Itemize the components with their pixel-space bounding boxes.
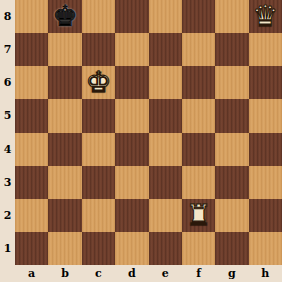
- square-f1[interactable]: [182, 232, 215, 265]
- square-d5[interactable]: [115, 99, 148, 132]
- square-c4[interactable]: [82, 133, 115, 166]
- square-b7[interactable]: [48, 33, 81, 66]
- square-c5[interactable]: [82, 99, 115, 132]
- rank-label-7: 7: [0, 33, 15, 66]
- square-d1[interactable]: [115, 232, 148, 265]
- square-e2[interactable]: [149, 199, 182, 232]
- rank-label-1: 1: [0, 232, 15, 265]
- square-a6[interactable]: [15, 66, 48, 99]
- chess-board: 87654321 ♚♛♚♜ abcdefgh: [0, 0, 282, 282]
- square-e3[interactable]: [149, 166, 182, 199]
- square-f7[interactable]: [182, 33, 215, 66]
- square-c7[interactable]: [82, 33, 115, 66]
- square-g5[interactable]: [215, 99, 248, 132]
- square-f4[interactable]: [182, 133, 215, 166]
- white-king-piece[interactable]: ♚: [82, 66, 115, 99]
- square-h5[interactable]: [249, 99, 282, 132]
- square-h2[interactable]: [249, 199, 282, 232]
- square-e7[interactable]: [149, 33, 182, 66]
- square-g7[interactable]: [215, 33, 248, 66]
- rank-label-4: 4: [0, 133, 15, 166]
- square-d3[interactable]: [115, 166, 148, 199]
- file-label-a: a: [15, 265, 48, 282]
- rank-label-5: 5: [0, 99, 15, 132]
- file-label-c: c: [82, 265, 115, 282]
- square-c8[interactable]: [82, 0, 115, 33]
- square-a5[interactable]: [15, 99, 48, 132]
- square-g6[interactable]: [215, 66, 248, 99]
- square-a3[interactable]: [15, 166, 48, 199]
- square-b2[interactable]: [48, 199, 81, 232]
- white-rook-piece[interactable]: ♜: [182, 199, 215, 232]
- square-f2[interactable]: ♜: [182, 199, 215, 232]
- square-b1[interactable]: [48, 232, 81, 265]
- square-c6[interactable]: ♚: [82, 66, 115, 99]
- square-c2[interactable]: [82, 199, 115, 232]
- square-a1[interactable]: [15, 232, 48, 265]
- square-h7[interactable]: [249, 33, 282, 66]
- square-d6[interactable]: [115, 66, 148, 99]
- square-b5[interactable]: [48, 99, 81, 132]
- square-d4[interactable]: [115, 133, 148, 166]
- square-b8[interactable]: ♚: [48, 0, 81, 33]
- file-label-f: f: [182, 265, 215, 282]
- square-e5[interactable]: [149, 99, 182, 132]
- square-d8[interactable]: [115, 0, 148, 33]
- file-label-d: d: [115, 265, 148, 282]
- square-h4[interactable]: [249, 133, 282, 166]
- square-b6[interactable]: [48, 66, 81, 99]
- square-f8[interactable]: [182, 0, 215, 33]
- square-e1[interactable]: [149, 232, 182, 265]
- square-a2[interactable]: [15, 199, 48, 232]
- file-label-h: h: [249, 265, 282, 282]
- square-g2[interactable]: [215, 199, 248, 232]
- rank-label-8: 8: [0, 0, 15, 33]
- square-e6[interactable]: [149, 66, 182, 99]
- white-queen-piece[interactable]: ♛: [249, 0, 282, 33]
- square-b4[interactable]: [48, 133, 81, 166]
- square-h6[interactable]: [249, 66, 282, 99]
- square-c1[interactable]: [82, 232, 115, 265]
- square-f6[interactable]: [182, 66, 215, 99]
- square-a4[interactable]: [15, 133, 48, 166]
- square-e8[interactable]: [149, 0, 182, 33]
- square-h1[interactable]: [249, 232, 282, 265]
- rank-label-2: 2: [0, 199, 15, 232]
- black-king-piece[interactable]: ♚: [48, 0, 81, 33]
- square-a7[interactable]: [15, 33, 48, 66]
- file-label-b: b: [48, 265, 81, 282]
- rank-label-3: 3: [0, 166, 15, 199]
- square-g1[interactable]: [215, 232, 248, 265]
- square-g3[interactable]: [215, 166, 248, 199]
- square-b3[interactable]: [48, 166, 81, 199]
- square-d2[interactable]: [115, 199, 148, 232]
- file-label-e: e: [149, 265, 182, 282]
- square-f3[interactable]: [182, 166, 215, 199]
- square-f5[interactable]: [182, 99, 215, 132]
- rank-label-6: 6: [0, 66, 15, 99]
- square-c3[interactable]: [82, 166, 115, 199]
- square-g4[interactable]: [215, 133, 248, 166]
- file-labels: abcdefgh: [15, 265, 282, 282]
- square-h8[interactable]: ♛: [249, 0, 282, 33]
- square-h3[interactable]: [249, 166, 282, 199]
- rank-labels: 87654321: [0, 0, 15, 265]
- square-g8[interactable]: [215, 0, 248, 33]
- square-e4[interactable]: [149, 133, 182, 166]
- square-d7[interactable]: [115, 33, 148, 66]
- board-grid: ♚♛♚♜: [15, 0, 282, 265]
- file-label-g: g: [215, 265, 248, 282]
- square-a8[interactable]: [15, 0, 48, 33]
